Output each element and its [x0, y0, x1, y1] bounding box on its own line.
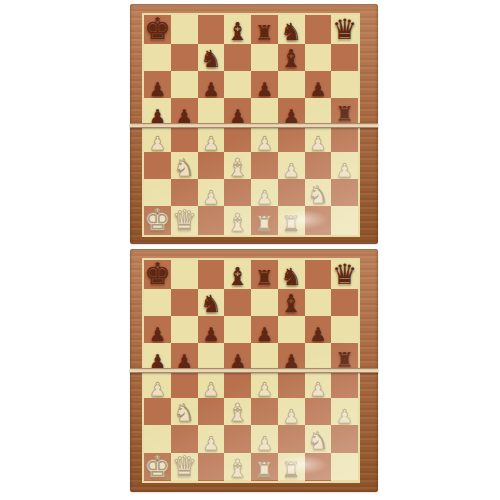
square-e7 [251, 289, 278, 316]
square-d1: ♝ [224, 206, 251, 235]
light-pawn: ♟ [336, 407, 353, 425]
square-b1: ♛ [171, 453, 198, 482]
square-b4 [171, 125, 198, 152]
square-e6: ♟ [251, 71, 278, 98]
dark-pawn: ♟ [256, 325, 273, 343]
square-c7: ♞ [198, 289, 225, 316]
square-a3 [144, 152, 171, 179]
square-e6: ♟ [251, 316, 278, 343]
square-g4: ♟ [305, 125, 332, 152]
square-b2 [171, 425, 198, 452]
dark-king: ♚ [144, 260, 171, 289]
square-g7 [305, 44, 332, 71]
square-c2: ♟ [198, 425, 225, 452]
dark-pawn: ♟ [202, 325, 219, 343]
light-pawn: ♟ [309, 134, 326, 152]
square-c3 [198, 152, 225, 179]
hinge-line [130, 368, 378, 373]
square-h4 [331, 125, 358, 152]
dark-pawn: ♟ [149, 325, 166, 343]
light-pawn: ♟ [256, 380, 273, 398]
dark-pawn: ♟ [309, 80, 326, 98]
square-d8: ♝ [224, 15, 251, 44]
square-e3 [251, 152, 278, 179]
light-bishop: ♝ [227, 457, 249, 481]
dark-pawn: ♟ [256, 80, 273, 98]
light-queen: ♛ [172, 208, 197, 235]
square-f7: ♝ [278, 44, 305, 71]
square-h7 [331, 44, 358, 71]
square-c1 [198, 453, 225, 482]
square-f8: ♞ [278, 15, 305, 44]
square-h8: ♛ [331, 15, 358, 44]
light-knight: ♞ [307, 430, 329, 453]
square-h3: ♟ [331, 152, 358, 179]
square-f4 [278, 125, 305, 152]
light-king: ♚ [144, 206, 171, 235]
square-b1: ♛ [171, 206, 198, 235]
square-c3 [198, 398, 225, 425]
square-f2 [278, 425, 305, 452]
square-d5: ♟ [224, 98, 251, 125]
light-knight: ♞ [307, 184, 329, 207]
light-rook: ♜ [255, 461, 274, 481]
square-a7 [144, 289, 171, 316]
square-h7 [331, 289, 358, 316]
dark-queen: ♛ [332, 262, 357, 289]
square-e4: ♟ [251, 125, 278, 152]
dark-queen: ♛ [332, 17, 357, 44]
light-bishop: ♝ [227, 401, 249, 425]
square-f2 [278, 179, 305, 206]
square-f5: ♟ [278, 343, 305, 370]
light-pawn: ♟ [202, 134, 219, 152]
light-pawn: ♟ [149, 134, 166, 152]
square-g1 [305, 206, 332, 235]
square-d7 [224, 44, 251, 71]
dark-knight: ♞ [200, 48, 222, 71]
square-e3 [251, 398, 278, 425]
square-a1: ♚ [144, 206, 171, 235]
square-e4: ♟ [251, 371, 278, 398]
square-c4: ♟ [198, 125, 225, 152]
square-e5 [251, 343, 278, 370]
light-knight: ♞ [174, 157, 196, 180]
square-f5: ♟ [278, 98, 305, 125]
square-h1 [331, 206, 358, 235]
light-queen: ♛ [172, 454, 197, 481]
square-b3: ♞ [171, 398, 198, 425]
square-d2 [224, 425, 251, 452]
square-a3 [144, 398, 171, 425]
square-d7 [224, 289, 251, 316]
light-pawn: ♟ [202, 188, 219, 206]
square-g5 [305, 98, 332, 125]
square-h6 [331, 316, 358, 343]
square-h2 [331, 425, 358, 452]
light-pawn: ♟ [202, 380, 219, 398]
chess-board-bottom: ♚♝♜♞♛♞♝♟♟♟♟♟♟♟♟♜♟♟♟♟♞♝♟♟♟♟♞♚♛♝♜♜ [130, 249, 378, 492]
square-d8: ♝ [224, 260, 251, 289]
square-d6 [224, 316, 251, 343]
square-g1 [305, 453, 332, 482]
light-pawn: ♟ [256, 134, 273, 152]
square-g5 [305, 343, 332, 370]
square-h3: ♟ [331, 398, 358, 425]
square-e8: ♜ [251, 260, 278, 289]
light-rook: ♜ [282, 215, 301, 235]
square-c8 [198, 15, 225, 44]
square-c8 [198, 260, 225, 289]
square-a6: ♟ [144, 71, 171, 98]
square-e1: ♜ [251, 206, 278, 235]
square-g3 [305, 152, 332, 179]
light-bishop: ♝ [227, 156, 249, 180]
square-f1: ♜ [278, 206, 305, 235]
hinge-line [130, 123, 378, 128]
square-c2: ♟ [198, 179, 225, 206]
square-e8: ♜ [251, 15, 278, 44]
square-a4: ♟ [144, 125, 171, 152]
square-g8 [305, 260, 332, 289]
square-e7 [251, 44, 278, 71]
square-h5: ♜ [331, 98, 358, 125]
square-b5: ♟ [171, 343, 198, 370]
square-a8: ♚ [144, 15, 171, 44]
square-b6 [171, 71, 198, 98]
square-g6: ♟ [305, 316, 332, 343]
square-g8 [305, 15, 332, 44]
square-e2: ♟ [251, 179, 278, 206]
square-f8: ♞ [278, 260, 305, 289]
square-h8: ♛ [331, 260, 358, 289]
square-d3: ♝ [224, 398, 251, 425]
light-bishop: ♝ [227, 211, 249, 235]
dark-knight: ♞ [280, 266, 302, 289]
light-pawn: ♟ [149, 380, 166, 398]
square-d4 [224, 371, 251, 398]
square-f6 [278, 316, 305, 343]
square-c6: ♟ [198, 71, 225, 98]
dark-pawn: ♟ [149, 80, 166, 98]
square-a6: ♟ [144, 316, 171, 343]
light-pawn: ♟ [336, 161, 353, 179]
light-pawn: ♟ [309, 380, 326, 398]
square-e1: ♜ [251, 453, 278, 482]
dark-bishop: ♝ [227, 20, 249, 44]
square-d3: ♝ [224, 152, 251, 179]
dark-rook: ♜ [255, 24, 274, 44]
dark-knight: ♞ [280, 21, 302, 44]
light-pawn: ♟ [256, 188, 273, 206]
square-g4: ♟ [305, 371, 332, 398]
square-d1: ♝ [224, 453, 251, 482]
dark-bishop: ♝ [280, 292, 302, 316]
square-c6: ♟ [198, 316, 225, 343]
square-b4 [171, 371, 198, 398]
square-c5 [198, 343, 225, 370]
light-pawn: ♟ [283, 161, 300, 179]
square-c1 [198, 206, 225, 235]
square-b8 [171, 260, 198, 289]
square-a8: ♚ [144, 260, 171, 289]
dark-knight: ♞ [200, 293, 222, 316]
square-g6: ♟ [305, 71, 332, 98]
dark-pawn: ♟ [202, 80, 219, 98]
light-rook: ♜ [282, 461, 301, 481]
square-f6 [278, 71, 305, 98]
square-b7 [171, 44, 198, 71]
square-g3 [305, 398, 332, 425]
square-f4 [278, 371, 305, 398]
square-d2 [224, 179, 251, 206]
square-a1: ♚ [144, 453, 171, 482]
dark-king: ♚ [144, 15, 171, 44]
light-pawn: ♟ [202, 434, 219, 452]
square-c4: ♟ [198, 371, 225, 398]
square-c5 [198, 98, 225, 125]
dark-bishop: ♝ [227, 265, 249, 289]
light-rook: ♜ [255, 215, 274, 235]
square-h2 [331, 179, 358, 206]
square-d4 [224, 125, 251, 152]
square-a4: ♟ [144, 371, 171, 398]
square-h6 [331, 71, 358, 98]
square-h5: ♜ [331, 343, 358, 370]
square-e5 [251, 98, 278, 125]
square-h4 [331, 371, 358, 398]
light-knight: ♞ [174, 402, 196, 425]
square-d5: ♟ [224, 343, 251, 370]
square-a5: ♟ [144, 98, 171, 125]
photo-canvas: ♚♝♜♞♛♞♝♟♟♟♟♟♟♟♟♜♟♟♟♟♞♝♟♟♟♟♞♚♛♝♜♜ ♚♝♜♞♛♞♝… [0, 0, 500, 500]
square-f3: ♟ [278, 398, 305, 425]
light-king: ♚ [144, 453, 171, 482]
square-b3: ♞ [171, 152, 198, 179]
square-e2: ♟ [251, 425, 278, 452]
square-b7 [171, 289, 198, 316]
square-g7 [305, 289, 332, 316]
chess-board-top: ♚♝♜♞♛♞♝♟♟♟♟♟♟♟♟♜♟♟♟♟♞♝♟♟♟♟♞♚♛♝♜♜ [130, 4, 378, 244]
square-f3: ♟ [278, 152, 305, 179]
square-f1: ♜ [278, 453, 305, 482]
dark-rook: ♜ [255, 269, 274, 289]
square-g2: ♞ [305, 425, 332, 452]
square-c7: ♞ [198, 44, 225, 71]
square-a7 [144, 44, 171, 71]
square-f7: ♝ [278, 289, 305, 316]
dark-bishop: ♝ [280, 47, 302, 71]
light-pawn: ♟ [256, 434, 273, 452]
square-b8 [171, 15, 198, 44]
light-pawn: ♟ [283, 407, 300, 425]
square-g2: ♞ [305, 179, 332, 206]
dark-rook: ♜ [335, 105, 354, 125]
square-b5: ♟ [171, 98, 198, 125]
square-b2 [171, 179, 198, 206]
square-h1 [331, 453, 358, 482]
square-d6 [224, 71, 251, 98]
dark-pawn: ♟ [309, 325, 326, 343]
square-b6 [171, 316, 198, 343]
square-a5: ♟ [144, 343, 171, 370]
